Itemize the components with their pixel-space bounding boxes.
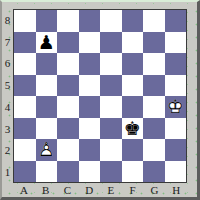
rank-label-7: 7	[2, 31, 13, 53]
square-g3[interactable]	[143, 118, 165, 140]
square-c6[interactable]	[57, 53, 79, 75]
square-h5[interactable]	[165, 75, 187, 97]
square-d3[interactable]	[79, 118, 101, 140]
square-c1[interactable]	[57, 161, 79, 183]
square-e2[interactable]	[100, 139, 122, 161]
square-d5[interactable]	[79, 75, 101, 97]
square-c7[interactable]	[57, 32, 79, 54]
square-b3[interactable]	[36, 118, 58, 140]
square-h8[interactable]	[165, 10, 187, 32]
white-pawn[interactable]: ♟♙	[36, 139, 58, 161]
square-c2[interactable]	[57, 139, 79, 161]
square-f5[interactable]	[122, 75, 144, 97]
square-c4[interactable]	[57, 96, 79, 118]
file-label-h: H	[165, 183, 187, 196]
square-d8[interactable]	[79, 10, 101, 32]
square-h1[interactable]	[165, 161, 187, 183]
square-f6[interactable]	[122, 53, 144, 75]
piece-outline-glyph: ♔	[165, 96, 187, 118]
file-label-d: D	[78, 183, 100, 196]
square-f4[interactable]	[122, 96, 144, 118]
file-label-f: F	[122, 183, 144, 196]
square-d6[interactable]	[79, 53, 101, 75]
square-a7[interactable]	[14, 32, 36, 54]
rank-labels: 87654321	[2, 9, 13, 183]
square-b6[interactable]	[36, 53, 58, 75]
square-f7[interactable]	[122, 32, 144, 54]
square-g7[interactable]	[143, 32, 165, 54]
piece-outline-glyph: ♙	[36, 139, 58, 161]
rank-label-3: 3	[2, 118, 13, 140]
square-g8[interactable]	[143, 10, 165, 32]
square-e6[interactable]	[100, 53, 122, 75]
rank-label-6: 6	[2, 53, 13, 75]
file-label-e: E	[100, 183, 122, 196]
rank-label-5: 5	[2, 74, 13, 96]
chess-board[interactable]: ♟♚♔♚♟♙	[13, 9, 187, 183]
square-e7[interactable]	[100, 32, 122, 54]
piece-glyph: ♚	[122, 118, 144, 140]
rank-label-4: 4	[2, 96, 13, 118]
white-king[interactable]: ♚♔	[165, 96, 187, 118]
square-g6[interactable]	[143, 53, 165, 75]
rank-label-8: 8	[2, 9, 13, 31]
piece-glyph: ♟	[36, 32, 58, 54]
square-g4[interactable]	[143, 96, 165, 118]
square-h2[interactable]	[165, 139, 187, 161]
square-h4[interactable]: ♚♔	[165, 96, 187, 118]
square-b8[interactable]	[36, 10, 58, 32]
square-d1[interactable]	[79, 161, 101, 183]
square-e4[interactable]	[100, 96, 122, 118]
file-labels: ABCDEFGH	[13, 183, 187, 196]
square-h7[interactable]	[165, 32, 187, 54]
square-d4[interactable]	[79, 96, 101, 118]
square-e8[interactable]	[100, 10, 122, 32]
square-e1[interactable]	[100, 161, 122, 183]
square-d7[interactable]	[79, 32, 101, 54]
black-pawn[interactable]: ♟	[36, 32, 58, 54]
square-c3[interactable]	[57, 118, 79, 140]
square-a6[interactable]	[14, 53, 36, 75]
file-label-a: A	[13, 183, 35, 196]
square-a8[interactable]	[14, 10, 36, 32]
file-label-c: C	[57, 183, 79, 196]
square-c5[interactable]	[57, 75, 79, 97]
square-b1[interactable]	[36, 161, 58, 183]
square-h3[interactable]	[165, 118, 187, 140]
square-g2[interactable]	[143, 139, 165, 161]
square-b7[interactable]: ♟	[36, 32, 58, 54]
square-a4[interactable]	[14, 96, 36, 118]
square-g5[interactable]	[143, 75, 165, 97]
black-king[interactable]: ♚	[122, 118, 144, 140]
square-e5[interactable]	[100, 75, 122, 97]
square-g1[interactable]	[143, 161, 165, 183]
square-f3[interactable]: ♚	[122, 118, 144, 140]
square-a1[interactable]	[14, 161, 36, 183]
square-b2[interactable]: ♟♙	[36, 139, 58, 161]
file-label-b: B	[35, 183, 57, 196]
square-f1[interactable]	[122, 161, 144, 183]
square-f2[interactable]	[122, 139, 144, 161]
square-h6[interactable]	[165, 53, 187, 75]
chess-window-frame: 87654321 ♟♚♔♚♟♙ ABCDEFGH	[0, 0, 200, 200]
square-b4[interactable]	[36, 96, 58, 118]
file-label-g: G	[144, 183, 166, 196]
square-f8[interactable]	[122, 10, 144, 32]
square-b5[interactable]	[36, 75, 58, 97]
square-a5[interactable]	[14, 75, 36, 97]
rank-label-1: 1	[2, 161, 13, 183]
square-a3[interactable]	[14, 118, 36, 140]
square-c8[interactable]	[57, 10, 79, 32]
square-a2[interactable]	[14, 139, 36, 161]
rank-label-2: 2	[2, 140, 13, 162]
square-e3[interactable]	[100, 118, 122, 140]
square-d2[interactable]	[79, 139, 101, 161]
